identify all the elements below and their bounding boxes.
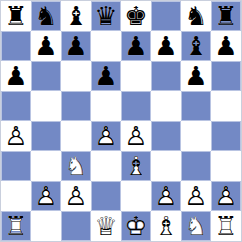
square-c7[interactable]: ♟	[61, 31, 91, 61]
white-piece-outline-glyph: ♙	[1, 121, 31, 151]
black-piece-glyph: ♟	[181, 61, 211, 91]
square-g2[interactable]: ♟♙	[181, 181, 211, 211]
white-piece-outline-glyph: ♘	[61, 151, 91, 181]
square-h4[interactable]	[211, 121, 241, 151]
piece-white-knight[interactable]: ♞♘	[181, 211, 211, 241]
piece-white-rook[interactable]: ♜♖	[1, 211, 31, 241]
square-e4[interactable]: ♟♙	[121, 121, 151, 151]
square-b1[interactable]	[31, 211, 61, 241]
piece-white-pawn[interactable]: ♟♙	[1, 121, 31, 151]
piece-black-pawn[interactable]: ♟	[211, 31, 241, 61]
square-c2[interactable]: ♟♙	[61, 181, 91, 211]
white-piece-outline-glyph: ♔	[121, 211, 151, 241]
black-piece-glyph: ♜	[211, 1, 241, 31]
piece-white-pawn[interactable]: ♟♙	[181, 181, 211, 211]
piece-white-pawn[interactable]: ♟♙	[31, 181, 61, 211]
square-e3[interactable]: ♝♗	[121, 151, 151, 181]
square-g7[interactable]: ♝	[181, 31, 211, 61]
square-g5[interactable]	[181, 91, 211, 121]
white-piece-outline-glyph: ♙	[151, 181, 181, 211]
square-h8[interactable]: ♜	[211, 1, 241, 31]
square-d1[interactable]: ♛♕	[91, 211, 121, 241]
piece-white-bishop[interactable]: ♝♗	[151, 211, 181, 241]
piece-black-pawn[interactable]: ♟	[31, 31, 61, 61]
white-piece-outline-glyph: ♖	[211, 211, 241, 241]
black-piece-glyph: ♟	[31, 31, 61, 61]
square-g1[interactable]: ♞♘	[181, 211, 211, 241]
square-c1[interactable]	[61, 211, 91, 241]
piece-white-pawn[interactable]: ♟♙	[91, 121, 121, 151]
square-a1[interactable]: ♜♖	[1, 211, 31, 241]
white-piece-outline-glyph: ♗	[151, 211, 181, 241]
square-e8[interactable]: ♚	[121, 1, 151, 31]
black-piece-glyph: ♟	[1, 61, 31, 91]
piece-black-rook[interactable]: ♜	[211, 1, 241, 31]
square-d2[interactable]	[91, 181, 121, 211]
piece-white-pawn[interactable]: ♟♙	[211, 181, 241, 211]
piece-black-pawn[interactable]: ♟	[91, 61, 121, 91]
white-piece-outline-glyph: ♗	[121, 151, 151, 181]
piece-white-pawn[interactable]: ♟♙	[151, 181, 181, 211]
piece-white-pawn[interactable]: ♟♙	[61, 181, 91, 211]
square-a3[interactable]	[1, 151, 31, 181]
square-c3[interactable]: ♞♘	[61, 151, 91, 181]
square-f7[interactable]: ♟	[151, 31, 181, 61]
square-f3[interactable]	[151, 151, 181, 181]
square-f1[interactable]: ♝♗	[151, 211, 181, 241]
square-c4[interactable]	[61, 121, 91, 151]
white-piece-outline-glyph: ♘	[181, 211, 211, 241]
square-a7[interactable]	[1, 31, 31, 61]
white-piece-outline-glyph: ♙	[91, 121, 121, 151]
piece-black-knight[interactable]: ♞	[181, 1, 211, 31]
square-d3[interactable]	[91, 151, 121, 181]
black-piece-glyph: ♞	[31, 1, 61, 31]
square-b4[interactable]	[31, 121, 61, 151]
square-e2[interactable]	[121, 181, 151, 211]
piece-white-pawn[interactable]: ♟♙	[121, 121, 151, 151]
square-b3[interactable]	[31, 151, 61, 181]
piece-black-pawn[interactable]: ♟	[121, 31, 151, 61]
black-piece-glyph: ♟	[211, 31, 241, 61]
white-piece-outline-glyph: ♙	[121, 121, 151, 151]
white-piece-outline-glyph: ♙	[211, 181, 241, 211]
white-piece-outline-glyph: ♙	[31, 181, 61, 211]
piece-black-bishop[interactable]: ♝	[61, 1, 91, 31]
square-c5[interactable]	[61, 91, 91, 121]
square-c8[interactable]: ♝	[61, 1, 91, 31]
square-g8[interactable]: ♞	[181, 1, 211, 31]
black-piece-glyph: ♜	[1, 1, 31, 31]
square-h7[interactable]: ♟	[211, 31, 241, 61]
square-d8[interactable]: ♛	[91, 1, 121, 31]
square-a6[interactable]: ♟	[1, 61, 31, 91]
piece-white-bishop[interactable]: ♝♗	[121, 151, 151, 181]
square-e6[interactable]	[121, 61, 151, 91]
square-e7[interactable]: ♟	[121, 31, 151, 61]
square-f6[interactable]	[151, 61, 181, 91]
black-piece-glyph: ♞	[181, 1, 211, 31]
piece-black-pawn[interactable]: ♟	[61, 31, 91, 61]
square-b7[interactable]: ♟	[31, 31, 61, 61]
piece-white-queen[interactable]: ♛♕	[91, 211, 121, 241]
square-b2[interactable]: ♟♙	[31, 181, 61, 211]
square-h1[interactable]: ♜♖	[211, 211, 241, 241]
black-piece-glyph: ♛	[91, 1, 121, 31]
square-f4[interactable]	[151, 121, 181, 151]
black-piece-glyph: ♝	[181, 31, 211, 61]
square-b6[interactable]	[31, 61, 61, 91]
white-piece-outline-glyph: ♖	[1, 211, 31, 241]
piece-white-knight[interactable]: ♞♘	[61, 151, 91, 181]
square-d4[interactable]: ♟♙	[91, 121, 121, 151]
white-piece-outline-glyph: ♙	[61, 181, 91, 211]
black-piece-glyph: ♚	[121, 1, 151, 31]
piece-white-rook[interactable]: ♜♖	[211, 211, 241, 241]
black-piece-glyph: ♟	[151, 31, 181, 61]
square-a5[interactable]	[1, 91, 31, 121]
square-c6[interactable]	[61, 61, 91, 91]
piece-black-queen[interactable]: ♛	[91, 1, 121, 31]
piece-black-bishop[interactable]: ♝	[181, 31, 211, 61]
square-d6[interactable]: ♟	[91, 61, 121, 91]
piece-black-rook[interactable]: ♜	[1, 1, 31, 31]
white-piece-outline-glyph: ♙	[181, 181, 211, 211]
piece-black-pawn[interactable]: ♟	[151, 31, 181, 61]
square-e1[interactable]: ♚♔	[121, 211, 151, 241]
square-b5[interactable]	[31, 91, 61, 121]
square-f8[interactable]	[151, 1, 181, 31]
piece-black-pawn[interactable]: ♟	[1, 61, 31, 91]
square-f2[interactable]: ♟♙	[151, 181, 181, 211]
square-h2[interactable]: ♟♙	[211, 181, 241, 211]
square-b8[interactable]: ♞	[31, 1, 61, 31]
chess-board: ♜♞♝♛♚♞♜♟♟♟♟♝♟♟♟♟♟♙♟♙♟♙♞♘♝♗♟♙♟♙♟♙♟♙♟♙♜♖♛♕…	[0, 0, 242, 242]
white-piece-outline-glyph: ♕	[91, 211, 121, 241]
black-piece-glyph: ♟	[61, 31, 91, 61]
square-a4[interactable]: ♟♙	[1, 121, 31, 151]
square-g3[interactable]	[181, 151, 211, 181]
square-g4[interactable]	[181, 121, 211, 151]
piece-black-pawn[interactable]: ♟	[181, 61, 211, 91]
square-e5[interactable]	[121, 91, 151, 121]
black-piece-glyph: ♟	[91, 61, 121, 91]
square-f5[interactable]	[151, 91, 181, 121]
piece-black-king[interactable]: ♚	[121, 1, 151, 31]
square-h5[interactable]	[211, 91, 241, 121]
square-h3[interactable]	[211, 151, 241, 181]
square-g6[interactable]: ♟	[181, 61, 211, 91]
square-a2[interactable]	[1, 181, 31, 211]
square-h6[interactable]	[211, 61, 241, 91]
square-d7[interactable]	[91, 31, 121, 61]
black-piece-glyph: ♟	[121, 31, 151, 61]
black-piece-glyph: ♝	[61, 1, 91, 31]
piece-white-king[interactable]: ♚♔	[121, 211, 151, 241]
square-d5[interactable]	[91, 91, 121, 121]
piece-black-knight[interactable]: ♞	[31, 1, 61, 31]
square-a8[interactable]: ♜	[1, 1, 31, 31]
